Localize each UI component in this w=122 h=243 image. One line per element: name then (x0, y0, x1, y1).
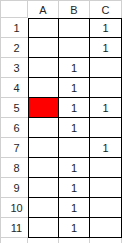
cell-A5[interactable] (28, 98, 59, 118)
cell-B1[interactable] (59, 18, 90, 38)
row-header-10[interactable]: 10 (1, 198, 28, 218)
cell-B4[interactable]: 1 (59, 78, 90, 98)
cell-C11[interactable] (90, 218, 122, 238)
cell-C6[interactable] (90, 118, 122, 138)
row-header-8[interactable]: 8 (1, 158, 28, 178)
cell-B6[interactable]: 1 (59, 118, 90, 138)
cell-C1[interactable]: 1 (90, 18, 122, 38)
row-header-11[interactable]: 11 (1, 218, 28, 238)
cell-C10[interactable] (90, 198, 122, 218)
row-header-9[interactable]: 9 (1, 178, 28, 198)
row12-sliver-B (59, 238, 90, 243)
cell-B11[interactable]: 1 (59, 218, 90, 238)
cell-B9[interactable]: 1 (59, 178, 90, 198)
spreadsheet-grid: ABC1121314151161718191101111 (0, 0, 122, 243)
row-header-2[interactable]: 2 (1, 38, 28, 58)
cell-C4[interactable] (90, 78, 122, 98)
cell-A9[interactable] (28, 178, 59, 198)
row-header-4[interactable]: 4 (1, 78, 28, 98)
cell-C8[interactable] (90, 158, 122, 178)
row12-sliver-A (28, 238, 59, 243)
cell-A8[interactable] (28, 158, 59, 178)
cell-B5[interactable]: 1 (59, 98, 90, 118)
col-header-B[interactable]: B (59, 1, 90, 18)
cell-A6[interactable] (28, 118, 59, 138)
cell-A7[interactable] (28, 138, 59, 158)
cell-C5[interactable]: 1 (90, 98, 122, 118)
row-header-1[interactable]: 1 (1, 18, 28, 38)
cell-C9[interactable] (90, 178, 122, 198)
row12-sliver-C (90, 238, 122, 243)
cell-B8[interactable]: 1 (59, 158, 90, 178)
col-header-A[interactable]: A (28, 1, 59, 18)
row-header-6[interactable]: 6 (1, 118, 28, 138)
cell-A1[interactable] (28, 18, 59, 38)
select-all-corner[interactable] (1, 1, 28, 18)
row-header-3[interactable]: 3 (1, 58, 28, 78)
row12-sliver-header (1, 238, 28, 243)
cell-B3[interactable]: 1 (59, 58, 90, 78)
cell-A3[interactable] (28, 58, 59, 78)
cell-B7[interactable] (59, 138, 90, 158)
cell-A11[interactable] (28, 218, 59, 238)
col-header-C[interactable]: C (90, 1, 122, 18)
row-header-7[interactable]: 7 (1, 138, 28, 158)
cell-B2[interactable] (59, 38, 90, 58)
cell-C3[interactable] (90, 58, 122, 78)
cell-A10[interactable] (28, 198, 59, 218)
cell-B10[interactable]: 1 (59, 198, 90, 218)
cell-C2[interactable]: 1 (90, 38, 122, 58)
cell-A2[interactable] (28, 38, 59, 58)
cell-A4[interactable] (28, 78, 59, 98)
cell-C7[interactable]: 1 (90, 138, 122, 158)
row-header-5[interactable]: 5 (1, 98, 28, 118)
